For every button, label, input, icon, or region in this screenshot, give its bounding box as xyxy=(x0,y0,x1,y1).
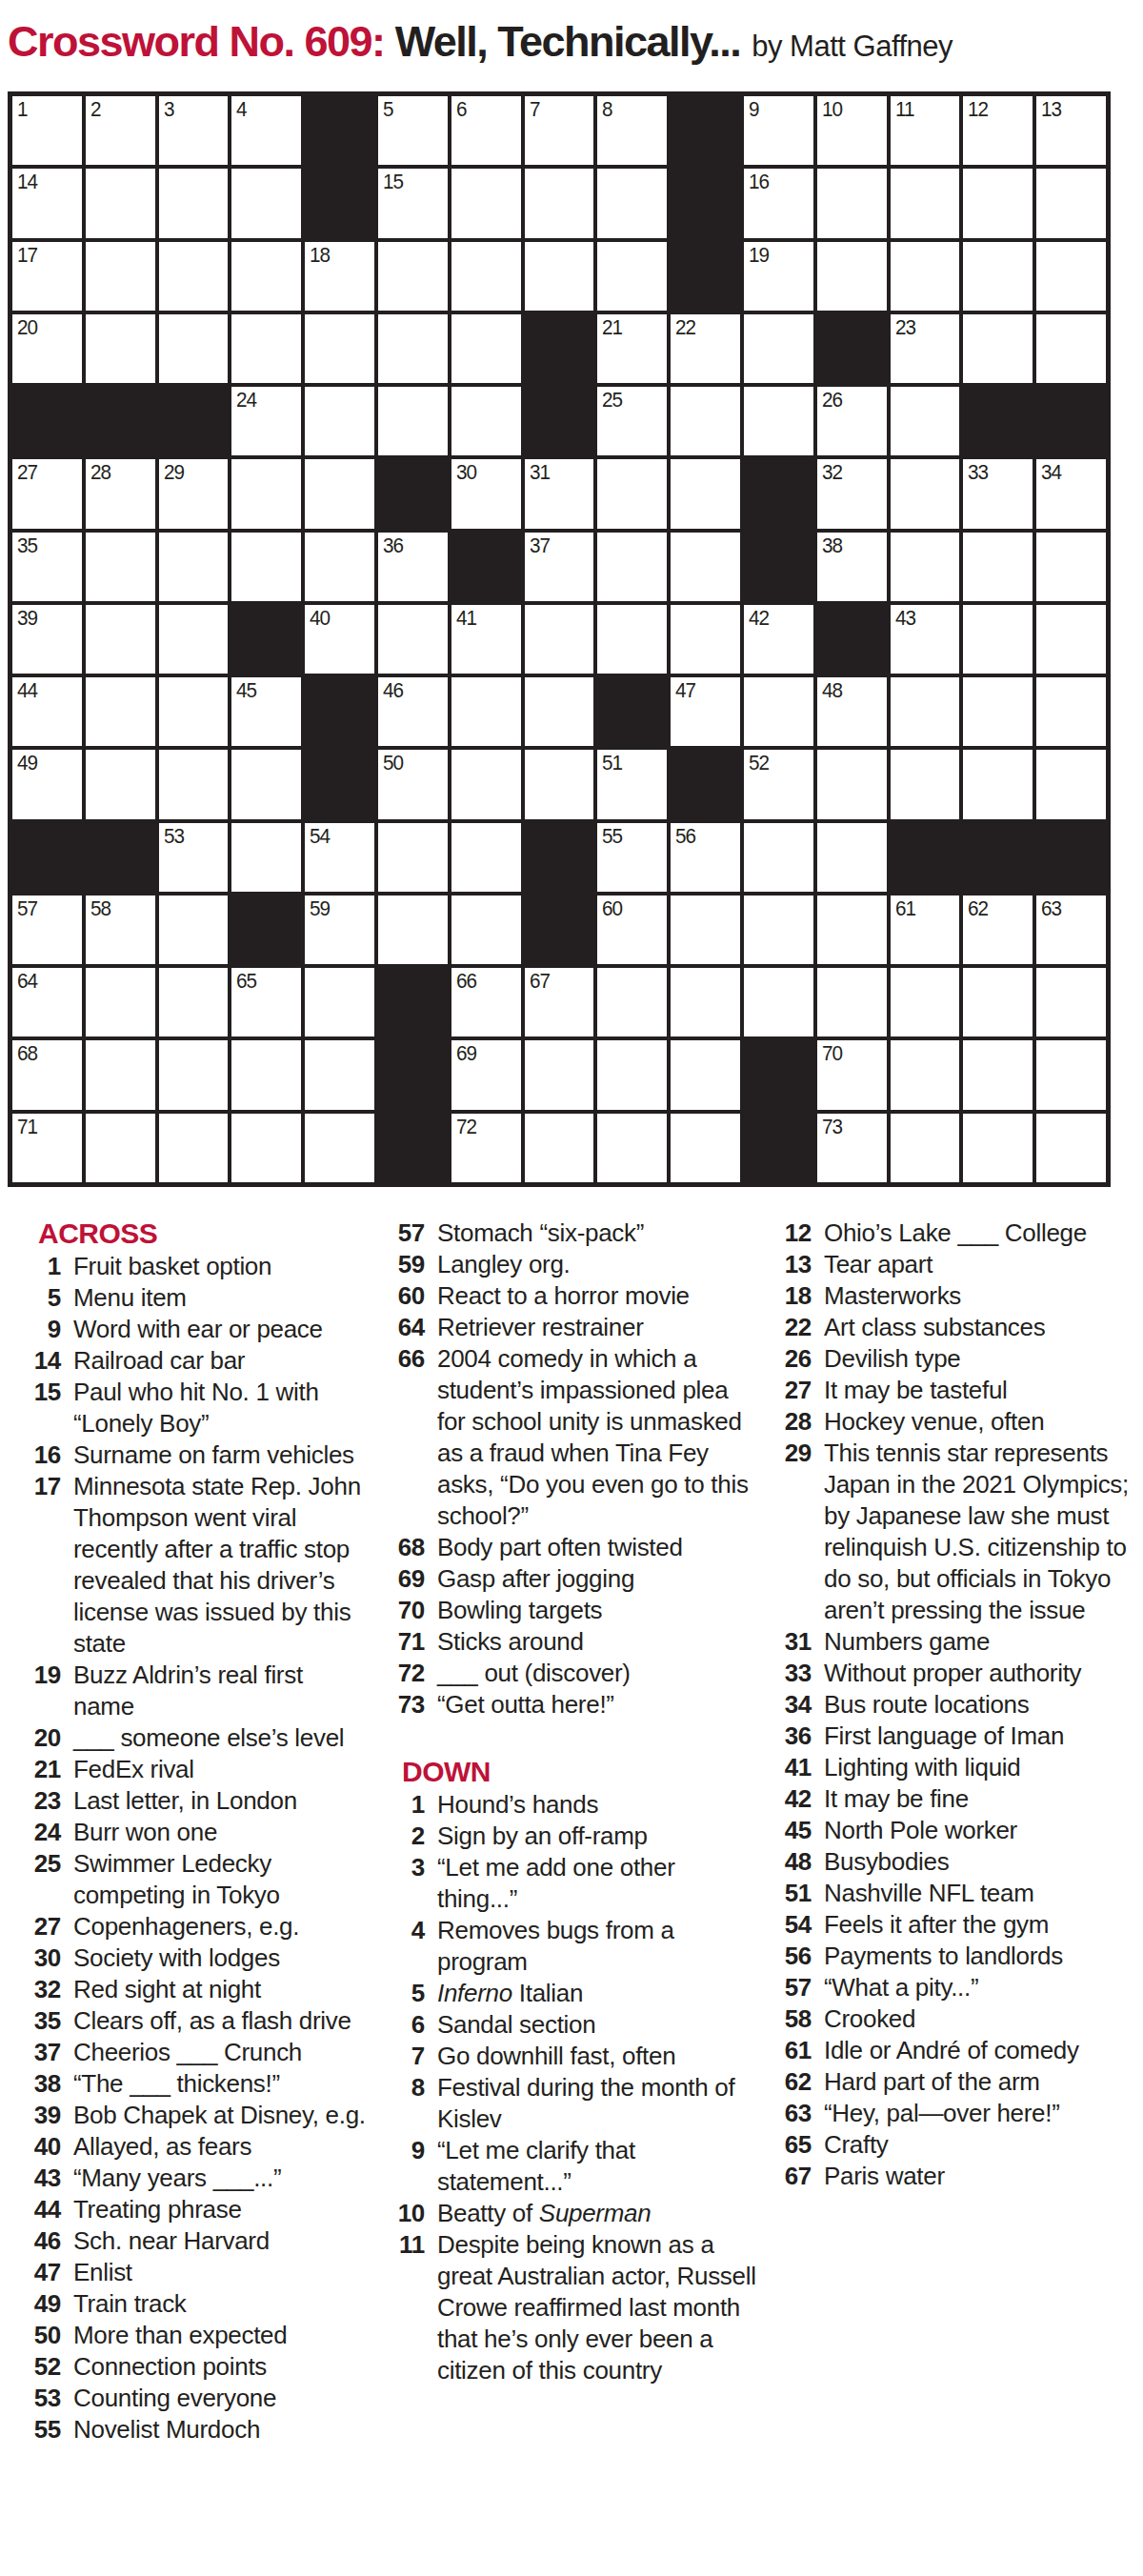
clue-text: Busybodies xyxy=(824,1846,1141,1878)
cell-r14c14[interactable] xyxy=(963,1040,1033,1109)
cell-r10c1[interactable]: 49 xyxy=(12,750,82,818)
cell-number-6: 6 xyxy=(456,98,467,121)
cell-r3c14[interactable] xyxy=(963,242,1033,311)
cell-r8c2[interactable] xyxy=(86,605,155,674)
cell-r13c2[interactable] xyxy=(86,968,155,1036)
cell-number-31: 31 xyxy=(530,461,550,484)
black-cell-r2c5 xyxy=(305,169,374,237)
cell-number-62: 62 xyxy=(968,897,988,920)
cell-r4c10[interactable]: 22 xyxy=(671,314,740,383)
clue-down-29: 29This tennis star represents Japan in t… xyxy=(768,1438,1141,1626)
cell-r12c5[interactable]: 59 xyxy=(305,896,374,964)
cell-r12c10[interactable] xyxy=(671,896,740,964)
clue-number: 33 xyxy=(768,1658,812,1689)
cell-r14c12[interactable]: 70 xyxy=(817,1040,887,1109)
cell-r9c11[interactable] xyxy=(744,677,813,746)
clue-text: “The ___ thickens!” xyxy=(73,2068,368,2100)
cell-r6c3[interactable]: 29 xyxy=(159,459,229,528)
cell-r4c6[interactable] xyxy=(378,314,448,383)
cell-r2c7[interactable] xyxy=(451,169,521,237)
cell-r6c4[interactable] xyxy=(231,459,301,528)
cell-number-58: 58 xyxy=(90,897,110,920)
cell-r12c15[interactable]: 63 xyxy=(1036,896,1106,964)
cell-r6c8[interactable]: 31 xyxy=(525,459,594,528)
clue-number: 7 xyxy=(381,2041,425,2072)
cell-r2c14[interactable] xyxy=(963,169,1033,237)
cell-r7c13[interactable] xyxy=(891,533,960,601)
cell-r5c13[interactable] xyxy=(891,387,960,455)
across-header: ACROSS xyxy=(38,1218,368,1249)
cell-r8c10[interactable] xyxy=(671,605,740,674)
cell-r12c11[interactable] xyxy=(744,896,813,964)
cell-r2c3[interactable] xyxy=(159,169,229,237)
cell-r13c7[interactable]: 66 xyxy=(451,968,521,1036)
cell-r15c4[interactable] xyxy=(231,1114,301,1182)
cell-r1c8[interactable]: 7 xyxy=(525,96,594,165)
cell-r9c15[interactable] xyxy=(1036,677,1106,746)
black-cell-r6c11 xyxy=(744,459,813,528)
clue-text: Devilish type xyxy=(824,1343,1141,1375)
cell-r1c9[interactable]: 8 xyxy=(597,96,667,165)
cell-r3c4[interactable] xyxy=(231,242,301,311)
clue-number: 68 xyxy=(381,1532,425,1563)
cell-r11c12[interactable] xyxy=(817,823,887,892)
clue-down-27: 27It may be tasteful xyxy=(768,1375,1141,1406)
clue-number: 39 xyxy=(17,2100,61,2131)
cell-r7c10[interactable] xyxy=(671,533,740,601)
cell-r12c13[interactable]: 61 xyxy=(891,896,960,964)
cell-r14c4[interactable] xyxy=(231,1040,301,1109)
cell-r9c10[interactable]: 47 xyxy=(671,677,740,746)
cell-number-73: 73 xyxy=(822,1116,842,1138)
cell-r3c7[interactable] xyxy=(451,242,521,311)
clue-text: Paris water xyxy=(824,2161,1141,2192)
cell-r13c10[interactable] xyxy=(671,968,740,1036)
cell-r3c8[interactable] xyxy=(525,242,594,311)
cell-r11c5[interactable]: 54 xyxy=(305,823,374,892)
cell-r15c2[interactable] xyxy=(86,1114,155,1182)
clue-text: “Hey, pal—over here!” xyxy=(824,2098,1141,2129)
cell-r7c8[interactable]: 37 xyxy=(525,533,594,601)
cell-r4c14[interactable] xyxy=(963,314,1033,383)
cell-r2c11[interactable]: 16 xyxy=(744,169,813,237)
cell-r8c11[interactable]: 42 xyxy=(744,605,813,674)
clue-text: Train track xyxy=(73,2288,368,2320)
cell-r1c11[interactable]: 9 xyxy=(744,96,813,165)
cell-r7c6[interactable]: 36 xyxy=(378,533,448,601)
clue-number: 44 xyxy=(17,2194,61,2225)
clue-text: “Let me clarify that statement...” xyxy=(437,2135,756,2198)
clue-text: Novelist Murdoch xyxy=(73,2414,368,2445)
cell-number-44: 44 xyxy=(17,679,37,702)
cell-r9c12[interactable]: 48 xyxy=(817,677,887,746)
clue-down-51: 51Nashville NFL team xyxy=(768,1878,1141,1909)
cell-r12c3[interactable] xyxy=(159,896,229,964)
clue-text: Tear apart xyxy=(824,1249,1141,1280)
cell-r4c2[interactable] xyxy=(86,314,155,383)
cell-r11c3[interactable]: 53 xyxy=(159,823,229,892)
cell-number-22: 22 xyxy=(675,316,695,339)
cell-r5c10[interactable] xyxy=(671,387,740,455)
cell-r3c1[interactable]: 17 xyxy=(12,242,82,311)
cell-r1c14[interactable]: 12 xyxy=(963,96,1033,165)
cell-r9c4[interactable]: 45 xyxy=(231,677,301,746)
cell-r13c3[interactable] xyxy=(159,968,229,1036)
cell-r2c15[interactable] xyxy=(1036,169,1106,237)
crossword-grid: 1234567891011121314151617181920212223242… xyxy=(8,91,1111,1187)
cell-r13c14[interactable] xyxy=(963,968,1033,1036)
cell-number-28: 28 xyxy=(90,461,110,484)
cell-r1c3[interactable]: 3 xyxy=(159,96,229,165)
title-series: Crossword No. 609: xyxy=(8,17,385,66)
cell-r15c1[interactable]: 71 xyxy=(12,1114,82,1182)
cell-r10c6[interactable]: 50 xyxy=(378,750,448,818)
cell-r4c13[interactable]: 23 xyxy=(891,314,960,383)
cell-r4c11[interactable] xyxy=(744,314,813,383)
cell-number-53: 53 xyxy=(164,825,184,848)
clue-column-3: 12Ohio’s Lake ___ College13Tear apart18M… xyxy=(768,1218,1141,2192)
clue-text: Bus route locations xyxy=(824,1689,1141,1721)
cell-r1c12[interactable]: 10 xyxy=(817,96,887,165)
clue-text: Fruit basket option xyxy=(73,1251,368,1282)
cell-number-46: 46 xyxy=(383,679,403,702)
cell-r4c4[interactable] xyxy=(231,314,301,383)
across-clues-part2: 57Stomach “six-pack”59Langley org.60Reac… xyxy=(381,1218,756,1721)
cell-r4c1[interactable]: 20 xyxy=(12,314,82,383)
cell-r1c1[interactable]: 1 xyxy=(12,96,82,165)
cell-r8c14[interactable] xyxy=(963,605,1033,674)
cell-r3c15[interactable] xyxy=(1036,242,1106,311)
cell-r1c4[interactable]: 4 xyxy=(231,96,301,165)
cell-r3c3[interactable] xyxy=(159,242,229,311)
cell-r7c15[interactable] xyxy=(1036,533,1106,601)
cell-number-66: 66 xyxy=(456,970,476,993)
clue-down-62: 62Hard part of the arm xyxy=(768,2066,1141,2098)
clue-text: Art class substances xyxy=(824,1312,1141,1343)
clue-down-65: 65Crafty xyxy=(768,2129,1141,2161)
cell-r6c14[interactable]: 33 xyxy=(963,459,1033,528)
cell-r5c4[interactable]: 24 xyxy=(231,387,301,455)
cell-r10c11[interactable]: 52 xyxy=(744,750,813,818)
clue-number: 50 xyxy=(17,2320,61,2351)
clue-text: Minnesota state Rep. John Thompson went … xyxy=(73,1471,368,1660)
cell-r14c8[interactable] xyxy=(525,1040,594,1109)
cell-r8c3[interactable] xyxy=(159,605,229,674)
clue-number: 73 xyxy=(381,1689,425,1721)
cell-r15c9[interactable] xyxy=(597,1114,667,1182)
cell-r8c15[interactable] xyxy=(1036,605,1106,674)
clue-across-68: 68Body part often twisted xyxy=(381,1532,756,1563)
cell-r15c3[interactable] xyxy=(159,1114,229,1182)
cell-number-3: 3 xyxy=(164,98,174,121)
cell-r2c8[interactable] xyxy=(525,169,594,237)
cell-r14c15[interactable] xyxy=(1036,1040,1106,1109)
cell-r7c5[interactable] xyxy=(305,533,374,601)
cell-r15c15[interactable] xyxy=(1036,1114,1106,1182)
cell-r6c13[interactable] xyxy=(891,459,960,528)
cell-r9c3[interactable] xyxy=(159,677,229,746)
clue-across-9: 9Word with ear or peace xyxy=(17,1314,368,1345)
clue-number: 64 xyxy=(381,1312,425,1343)
cell-r14c13[interactable] xyxy=(891,1040,960,1109)
cell-r8c13[interactable]: 43 xyxy=(891,605,960,674)
cell-r6c2[interactable]: 28 xyxy=(86,459,155,528)
cell-r3c5[interactable]: 18 xyxy=(305,242,374,311)
clue-across-71: 71Sticks around xyxy=(381,1626,756,1658)
cell-r2c9[interactable] xyxy=(597,169,667,237)
cell-r15c5[interactable] xyxy=(305,1114,374,1182)
cell-r13c9[interactable] xyxy=(597,968,667,1036)
black-cell-r9c5 xyxy=(305,677,374,746)
cell-r13c11[interactable] xyxy=(744,968,813,1036)
cell-r8c8[interactable] xyxy=(525,605,594,674)
clue-number: 16 xyxy=(17,1439,61,1471)
clue-text: Paul who hit No. 1 with “Lonely Boy” xyxy=(73,1377,368,1439)
clue-number: 54 xyxy=(768,1909,812,1941)
cell-r3c12[interactable] xyxy=(817,242,887,311)
cell-r10c4[interactable] xyxy=(231,750,301,818)
clue-text: Last letter, in London xyxy=(73,1785,368,1817)
cell-r4c9[interactable]: 21 xyxy=(597,314,667,383)
cell-r8c7[interactable]: 41 xyxy=(451,605,521,674)
clue-number: 1 xyxy=(381,1789,425,1821)
cell-r6c7[interactable]: 30 xyxy=(451,459,521,528)
cell-r5c11[interactable] xyxy=(744,387,813,455)
clue-across-47: 47Enlist xyxy=(17,2257,368,2288)
clue-down-41: 41Lighting with liquid xyxy=(768,1752,1141,1783)
cell-r10c7[interactable] xyxy=(451,750,521,818)
cell-r12c7[interactable] xyxy=(451,896,521,964)
clue-number: 1 xyxy=(17,1251,61,1282)
cell-number-14: 14 xyxy=(17,171,37,193)
cell-r9c1[interactable]: 44 xyxy=(12,677,82,746)
cell-r3c9[interactable] xyxy=(597,242,667,311)
clue-text: Cheerios ___ Crunch xyxy=(73,2037,368,2068)
cell-number-9: 9 xyxy=(749,98,759,121)
clue-number: 29 xyxy=(768,1438,812,1626)
cell-r4c5[interactable] xyxy=(305,314,374,383)
clue-across-14: 14Railroad car bar xyxy=(17,1345,368,1377)
cell-number-12: 12 xyxy=(968,98,988,121)
cell-r1c2[interactable]: 2 xyxy=(86,96,155,165)
cell-r12c14[interactable]: 62 xyxy=(963,896,1033,964)
clue-number: 27 xyxy=(17,1911,61,1942)
clue-down-12: 12Ohio’s Lake ___ College xyxy=(768,1218,1141,1249)
cell-r7c4[interactable] xyxy=(231,533,301,601)
title-byline: by Matt Gaffney xyxy=(752,30,952,63)
black-cell-r4c8 xyxy=(525,314,594,383)
cell-r12c12[interactable] xyxy=(817,896,887,964)
cell-r4c7[interactable] xyxy=(451,314,521,383)
cell-r13c5[interactable] xyxy=(305,968,374,1036)
down-header: DOWN xyxy=(402,1756,756,1787)
cell-r11c9[interactable]: 55 xyxy=(597,823,667,892)
cell-r2c2[interactable] xyxy=(86,169,155,237)
cell-r9c13[interactable] xyxy=(891,677,960,746)
clue-down-45: 45North Pole worker xyxy=(768,1815,1141,1846)
cell-number-72: 72 xyxy=(456,1116,476,1138)
cell-r11c6[interactable] xyxy=(378,823,448,892)
cell-r10c15[interactable] xyxy=(1036,750,1106,818)
cell-r7c3[interactable] xyxy=(159,533,229,601)
cell-r12c6[interactable] xyxy=(378,896,448,964)
cell-r13c8[interactable]: 67 xyxy=(525,968,594,1036)
cell-r8c9[interactable] xyxy=(597,605,667,674)
cell-r10c12[interactable] xyxy=(817,750,887,818)
cell-r7c12[interactable]: 38 xyxy=(817,533,887,601)
cell-r10c8[interactable] xyxy=(525,750,594,818)
clue-column-1: ACROSS 1Fruit basket option5Menu item9Wo… xyxy=(17,1218,368,2445)
clue-number: 31 xyxy=(768,1626,812,1658)
clue-text: More than expected xyxy=(73,2320,368,2351)
cell-r1c15[interactable]: 13 xyxy=(1036,96,1106,165)
cell-r5c6[interactable] xyxy=(378,387,448,455)
clue-down-58: 58Crooked xyxy=(768,2003,1141,2035)
cell-r14c7[interactable]: 69 xyxy=(451,1040,521,1109)
cell-r9c6[interactable]: 46 xyxy=(378,677,448,746)
clue-down-5: 5Inferno Italian xyxy=(381,1978,756,2009)
clue-text: Crooked xyxy=(824,2003,1141,2035)
cell-r13c15[interactable] xyxy=(1036,968,1106,1036)
cell-r7c9[interactable] xyxy=(597,533,667,601)
cell-r8c6[interactable] xyxy=(378,605,448,674)
black-cell-r12c4 xyxy=(231,896,301,964)
cell-number-17: 17 xyxy=(17,244,37,267)
cell-r2c4[interactable] xyxy=(231,169,301,237)
cell-number-47: 47 xyxy=(675,679,695,702)
clue-down-57: 57“What a pity...” xyxy=(768,1972,1141,2003)
cell-r12c2[interactable]: 58 xyxy=(86,896,155,964)
cell-r6c5[interactable] xyxy=(305,459,374,528)
black-cell-r5c3 xyxy=(159,387,229,455)
cell-r6c1[interactable]: 27 xyxy=(12,459,82,528)
cell-r15c13[interactable] xyxy=(891,1114,960,1182)
clue-text: Bowling targets xyxy=(437,1595,756,1626)
clue-down-9: 9“Let me clarify that statement...” xyxy=(381,2135,756,2198)
cell-r2c12[interactable] xyxy=(817,169,887,237)
clue-number: 21 xyxy=(17,1754,61,1785)
cell-r14c3[interactable] xyxy=(159,1040,229,1109)
cell-r10c14[interactable] xyxy=(963,750,1033,818)
cell-r15c7[interactable]: 72 xyxy=(451,1114,521,1182)
cell-r3c11[interactable]: 19 xyxy=(744,242,813,311)
clue-text: “Let me add one other thing...” xyxy=(437,1852,756,1915)
cell-r11c4[interactable] xyxy=(231,823,301,892)
cell-r1c7[interactable]: 6 xyxy=(451,96,521,165)
cell-r10c3[interactable] xyxy=(159,750,229,818)
cell-r12c9[interactable]: 60 xyxy=(597,896,667,964)
cell-r9c8[interactable] xyxy=(525,677,594,746)
cell-r10c2[interactable] xyxy=(86,750,155,818)
clue-text: Feels it after the gym xyxy=(824,1909,1141,1941)
cell-r3c13[interactable] xyxy=(891,242,960,311)
cell-r13c12[interactable] xyxy=(817,968,887,1036)
cell-r8c1[interactable]: 39 xyxy=(12,605,82,674)
cell-r7c1[interactable]: 35 xyxy=(12,533,82,601)
cell-number-25: 25 xyxy=(602,389,622,412)
cell-r14c1[interactable]: 68 xyxy=(12,1040,82,1109)
cell-r14c2[interactable] xyxy=(86,1040,155,1109)
cell-r11c10[interactable]: 56 xyxy=(671,823,740,892)
cell-r3c6[interactable] xyxy=(378,242,448,311)
black-cell-r4c12 xyxy=(817,314,887,383)
cell-r15c14[interactable] xyxy=(963,1114,1033,1182)
cell-r12c1[interactable]: 57 xyxy=(12,896,82,964)
cell-r5c5[interactable] xyxy=(305,387,374,455)
cell-r6c12[interactable]: 32 xyxy=(817,459,887,528)
clue-across-17: 17Minnesota state Rep. John Thompson wen… xyxy=(17,1471,368,1660)
clue-text: Allayed, as fears xyxy=(73,2131,368,2163)
cell-r6c9[interactable] xyxy=(597,459,667,528)
cell-r5c7[interactable] xyxy=(451,387,521,455)
cell-r1c6[interactable]: 5 xyxy=(378,96,448,165)
cell-r13c13[interactable] xyxy=(891,968,960,1036)
cell-r1c13[interactable]: 11 xyxy=(891,96,960,165)
cell-r3c2[interactable] xyxy=(86,242,155,311)
cell-r9c14[interactable] xyxy=(963,677,1033,746)
clue-across-59: 59Langley org. xyxy=(381,1249,756,1280)
across-clues-part1: 1Fruit basket option5Menu item9Word with… xyxy=(17,1251,368,2445)
cell-number-35: 35 xyxy=(17,534,37,557)
cell-r4c3[interactable] xyxy=(159,314,229,383)
cell-r9c7[interactable] xyxy=(451,677,521,746)
clue-across-53: 53Counting everyone xyxy=(17,2383,368,2414)
cell-r4c15[interactable] xyxy=(1036,314,1106,383)
black-cell-r12c8 xyxy=(525,896,594,964)
cell-r13c1[interactable]: 64 xyxy=(12,968,82,1036)
cell-r2c13[interactable] xyxy=(891,169,960,237)
cell-number-40: 40 xyxy=(310,607,330,630)
cell-r13c4[interactable]: 65 xyxy=(231,968,301,1036)
clue-across-40: 40Allayed, as fears xyxy=(17,2131,368,2163)
cell-r11c7[interactable] xyxy=(451,823,521,892)
cell-r11c11[interactable] xyxy=(744,823,813,892)
cell-r2c1[interactable]: 14 xyxy=(12,169,82,237)
cell-number-18: 18 xyxy=(310,244,330,267)
clue-number: 36 xyxy=(768,1721,812,1752)
cell-r6c15[interactable]: 34 xyxy=(1036,459,1106,528)
cell-r15c10[interactable] xyxy=(671,1114,740,1182)
cell-r7c14[interactable] xyxy=(963,533,1033,601)
black-cell-r8c4 xyxy=(231,605,301,674)
cell-r8c5[interactable]: 40 xyxy=(305,605,374,674)
black-cell-r7c7 xyxy=(451,533,521,601)
cell-r9c2[interactable] xyxy=(86,677,155,746)
black-cell-r11c8 xyxy=(525,823,594,892)
cell-r15c12[interactable]: 73 xyxy=(817,1114,887,1182)
clue-across-30: 30Society with lodges xyxy=(17,1942,368,1974)
cell-r2c6[interactable]: 15 xyxy=(378,169,448,237)
cell-r15c8[interactable] xyxy=(525,1114,594,1182)
clue-text: Enlist xyxy=(73,2257,368,2288)
cell-r7c2[interactable] xyxy=(86,533,155,601)
cell-r5c9[interactable]: 25 xyxy=(597,387,667,455)
cell-r5c12[interactable]: 26 xyxy=(817,387,887,455)
black-cell-r14c11 xyxy=(744,1040,813,1109)
clue-number: 57 xyxy=(768,1972,812,2003)
clue-number: 10 xyxy=(381,2198,425,2229)
cell-r10c13[interactable] xyxy=(891,750,960,818)
cell-number-45: 45 xyxy=(236,679,256,702)
cell-r6c10[interactable] xyxy=(671,459,740,528)
cell-r14c10[interactable] xyxy=(671,1040,740,1109)
black-cell-r9c9 xyxy=(597,677,667,746)
cell-r10c9[interactable]: 51 xyxy=(597,750,667,818)
cell-r14c5[interactable] xyxy=(305,1040,374,1109)
cell-r14c9[interactable] xyxy=(597,1040,667,1109)
clue-text: FedEx rival xyxy=(73,1754,368,1785)
clue-text: Society with lodges xyxy=(73,1942,368,1974)
